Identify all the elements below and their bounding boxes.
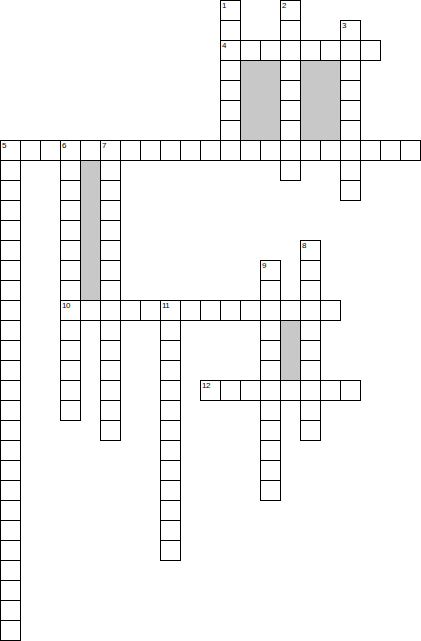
crossword-cell[interactable]	[220, 100, 241, 121]
clue-number: 2	[282, 2, 286, 10]
crossword-cell[interactable]	[60, 360, 81, 381]
crossword-cell[interactable]	[300, 320, 321, 341]
crossword-cell[interactable]	[340, 180, 361, 201]
crossword-cell[interactable]	[140, 300, 161, 321]
crossword-cell[interactable]	[220, 80, 241, 101]
crossword-cell[interactable]	[160, 500, 181, 521]
crossword-cell[interactable]	[160, 420, 181, 441]
crossword-cell[interactable]	[0, 180, 21, 201]
crossword-cell[interactable]	[100, 200, 121, 221]
crossword-cell[interactable]	[60, 320, 81, 341]
crossword-cell[interactable]	[60, 160, 81, 181]
crossword-cell[interactable]	[220, 20, 241, 41]
crossword-cell[interactable]	[0, 420, 21, 441]
crossword-cell[interactable]	[0, 520, 21, 541]
crossword-cell[interactable]	[160, 320, 181, 341]
crossword-cell[interactable]	[100, 160, 121, 181]
crossword-cell[interactable]	[400, 140, 421, 161]
crossword-cell[interactable]	[280, 380, 301, 401]
crossword-cell[interactable]	[0, 460, 21, 481]
crossword-cell[interactable]	[60, 280, 81, 301]
crossword-cell[interactable]	[0, 480, 21, 501]
crossword-cell[interactable]	[300, 40, 321, 61]
shaded-block	[240, 60, 281, 141]
crossword-cell[interactable]	[280, 60, 301, 81]
crossword-cell[interactable]	[340, 160, 361, 181]
crossword-cell[interactable]	[240, 40, 261, 61]
crossword-cell[interactable]	[100, 300, 121, 321]
crossword-cell[interactable]	[60, 180, 81, 201]
crossword-cell[interactable]	[260, 340, 281, 361]
crossword-cell[interactable]	[60, 380, 81, 401]
crossword-cell[interactable]	[260, 460, 281, 481]
crossword-cell[interactable]	[160, 360, 181, 381]
crossword-cell[interactable]	[140, 140, 161, 161]
crossword-cell[interactable]	[240, 300, 261, 321]
crossword-cell[interactable]	[260, 420, 281, 441]
crossword-cell[interactable]	[160, 380, 181, 401]
crossword-cell[interactable]	[0, 380, 21, 401]
crossword-cell[interactable]	[40, 140, 61, 161]
crossword-cell[interactable]	[200, 300, 221, 321]
crossword-cell[interactable]	[220, 60, 241, 81]
crossword-cell[interactable]	[160, 480, 181, 501]
shaded-block	[280, 320, 301, 381]
crossword-cell[interactable]	[100, 400, 121, 421]
crossword-cell[interactable]	[340, 40, 361, 61]
crossword-cell[interactable]	[240, 380, 261, 401]
crossword-cell[interactable]	[0, 320, 21, 341]
crossword-cell[interactable]	[280, 100, 301, 121]
crossword-cell[interactable]	[160, 140, 181, 161]
crossword-cell[interactable]	[120, 300, 141, 321]
crossword-cell[interactable]	[100, 320, 121, 341]
crossword-cell[interactable]	[300, 300, 321, 321]
crossword-cell[interactable]	[220, 140, 241, 161]
crossword-cell[interactable]	[100, 240, 121, 261]
crossword-cell[interactable]	[0, 540, 21, 561]
crossword-cell[interactable]	[0, 280, 21, 301]
clue-number: 4	[222, 42, 226, 50]
crossword-cell[interactable]	[160, 460, 181, 481]
crossword-cell[interactable]	[320, 140, 341, 161]
crossword-cell[interactable]	[260, 360, 281, 381]
shaded-block	[300, 60, 341, 141]
crossword-cell[interactable]	[160, 400, 181, 421]
crossword-cell[interactable]	[0, 560, 21, 581]
crossword-cell[interactable]	[20, 140, 41, 161]
crossword-cell[interactable]	[240, 140, 261, 161]
clue-number: 3	[342, 22, 346, 30]
crossword-cell[interactable]	[0, 220, 21, 241]
clue-number: 10	[62, 302, 70, 310]
clue-number: 12	[202, 382, 210, 390]
crossword-cell[interactable]	[100, 220, 121, 241]
crossword-cell[interactable]	[60, 220, 81, 241]
crossword-cell[interactable]	[340, 120, 361, 141]
crossword-cell[interactable]	[260, 320, 281, 341]
crossword-cell[interactable]	[340, 380, 361, 401]
clue-number: 11	[162, 302, 169, 310]
crossword-cell[interactable]	[300, 380, 321, 401]
crossword-cell[interactable]	[180, 300, 201, 321]
clue-number: 6	[62, 142, 66, 150]
crossword-cell[interactable]	[60, 200, 81, 221]
crossword-cell[interactable]	[100, 280, 121, 301]
crossword-cell[interactable]	[160, 440, 181, 461]
crossword-cell[interactable]	[100, 360, 121, 381]
crossword-cell[interactable]	[280, 120, 301, 141]
clue-number: 1	[222, 2, 226, 10]
crossword-cell[interactable]	[0, 360, 21, 381]
crossword-cell[interactable]	[160, 520, 181, 541]
crossword-cell[interactable]	[0, 240, 21, 261]
crossword-cell[interactable]	[180, 140, 201, 161]
shaded-block	[80, 160, 101, 301]
crossword-cell[interactable]	[360, 40, 381, 61]
crossword-cell[interactable]	[0, 620, 21, 641]
crossword-cell[interactable]	[60, 340, 81, 361]
crossword-cell[interactable]	[100, 180, 121, 201]
crossword-cell[interactable]	[220, 380, 241, 401]
crossword-cell[interactable]	[280, 80, 301, 101]
crossword-cell[interactable]	[300, 140, 321, 161]
crossword-cell[interactable]	[260, 40, 281, 61]
clue-number: 7	[102, 142, 106, 150]
crossword-cell[interactable]	[260, 300, 281, 321]
crossword-cell[interactable]	[60, 260, 81, 281]
crossword-cell[interactable]	[220, 120, 241, 141]
crossword-cell[interactable]	[0, 580, 21, 601]
crossword-cell[interactable]	[100, 380, 121, 401]
crossword-cell[interactable]	[0, 300, 21, 321]
crossword-cell[interactable]	[260, 400, 281, 421]
crossword-cell[interactable]	[200, 140, 221, 161]
crossword-cell[interactable]	[0, 600, 21, 621]
crossword-board: 123456789101112	[0, 0, 421, 641]
crossword-cell[interactable]	[0, 500, 21, 521]
crossword-cell[interactable]	[260, 280, 281, 301]
crossword-cell[interactable]	[100, 340, 121, 361]
crossword-cell[interactable]	[280, 300, 301, 321]
crossword-cell[interactable]	[380, 140, 401, 161]
crossword-cell[interactable]	[360, 140, 381, 161]
crossword-cell[interactable]	[0, 260, 21, 281]
crossword-cell[interactable]	[0, 160, 21, 181]
crossword-cell[interactable]	[280, 160, 301, 181]
crossword-cell[interactable]	[340, 100, 361, 121]
crossword-cell[interactable]	[300, 260, 321, 281]
crossword-cell[interactable]	[340, 60, 361, 81]
crossword-cell[interactable]	[340, 80, 361, 101]
clue-number: 5	[2, 142, 6, 150]
crossword-cell[interactable]	[260, 440, 281, 461]
crossword-cell[interactable]	[320, 300, 341, 321]
crossword-cell[interactable]	[0, 340, 21, 361]
crossword-cell[interactable]	[300, 280, 321, 301]
crossword-cell[interactable]	[300, 400, 321, 421]
crossword-cell[interactable]	[220, 300, 241, 321]
crossword-cell[interactable]	[280, 140, 301, 161]
crossword-cell[interactable]	[280, 40, 301, 61]
crossword-cell[interactable]	[120, 140, 141, 161]
clue-number: 8	[302, 242, 306, 250]
crossword-cell[interactable]	[0, 200, 21, 221]
crossword-cell[interactable]	[100, 260, 121, 281]
crossword-cell[interactable]	[300, 340, 321, 361]
crossword-cell[interactable]	[80, 300, 101, 321]
crossword-cell[interactable]	[0, 440, 21, 461]
crossword-cell[interactable]	[320, 40, 341, 61]
crossword-cell[interactable]	[320, 380, 341, 401]
crossword-cell[interactable]	[260, 140, 281, 161]
crossword-cell[interactable]	[80, 140, 101, 161]
clue-number: 9	[262, 262, 266, 270]
crossword-cell[interactable]	[300, 420, 321, 441]
crossword-cell[interactable]	[260, 380, 281, 401]
crossword-cell[interactable]	[340, 140, 361, 161]
crossword-cell[interactable]	[0, 400, 21, 421]
crossword-cell[interactable]	[300, 360, 321, 381]
crossword-cell[interactable]	[60, 240, 81, 261]
crossword-cell[interactable]	[60, 400, 81, 421]
crossword-cell[interactable]	[160, 340, 181, 361]
crossword-cell[interactable]	[280, 20, 301, 41]
crossword-cell[interactable]	[100, 420, 121, 441]
crossword-cell[interactable]	[260, 480, 281, 501]
crossword-cell[interactable]	[160, 540, 181, 561]
